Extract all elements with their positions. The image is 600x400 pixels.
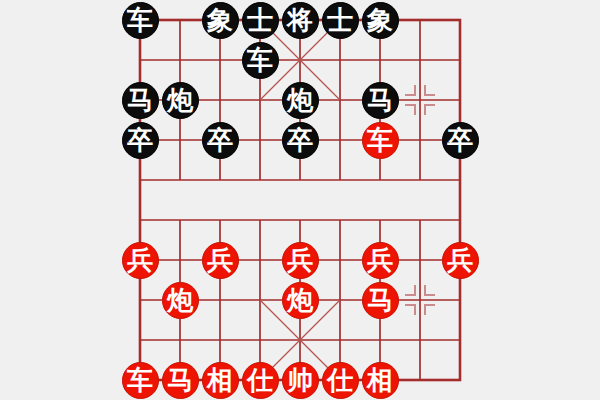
piece-black-advisor[interactable]: 士: [242, 2, 279, 39]
piece-black-pawn[interactable]: 卒: [122, 122, 159, 159]
piece-black-king[interactable]: 将: [282, 2, 319, 39]
piece-red-king[interactable]: 帅: [282, 362, 319, 399]
piece-red-elephant[interactable]: 相: [202, 362, 239, 399]
star-bracket-tl: [405, 285, 416, 296]
piece-black-rook[interactable]: 车: [242, 42, 279, 79]
piece-red-pawn[interactable]: 兵: [122, 242, 159, 279]
star-bracket-br: [424, 104, 435, 115]
piece-black-cannon[interactable]: 炮: [282, 82, 319, 119]
piece-red-cannon[interactable]: 炮: [162, 282, 199, 319]
xiangqi-diagram-canvas: 车象士将士象车马炮炮马卒卒卒车卒兵兵兵兵兵炮炮马车马相仕帅仕相: [0, 0, 600, 400]
piece-red-rook[interactable]: 车: [362, 122, 399, 159]
piece-red-rook[interactable]: 车: [122, 362, 159, 399]
piece-black-advisor[interactable]: 士: [322, 2, 359, 39]
star-point-marker-red-cannon-start-point: [405, 285, 435, 315]
piece-black-pawn[interactable]: 卒: [442, 122, 479, 159]
star-bracket-tr: [424, 85, 435, 96]
piece-black-cannon[interactable]: 炮: [162, 82, 199, 119]
piece-red-pawn[interactable]: 兵: [282, 242, 319, 279]
star-bracket-bl: [405, 304, 416, 315]
piece-red-horse[interactable]: 马: [162, 362, 199, 399]
piece-black-horse[interactable]: 马: [362, 82, 399, 119]
star-bracket-bl: [405, 104, 416, 115]
piece-red-cannon[interactable]: 炮: [282, 282, 319, 319]
piece-black-elephant[interactable]: 象: [202, 2, 239, 39]
piece-red-pawn[interactable]: 兵: [442, 242, 479, 279]
star-bracket-tl: [405, 85, 416, 96]
piece-red-pawn[interactable]: 兵: [362, 242, 399, 279]
star-bracket-tr: [424, 285, 435, 296]
piece-red-elephant[interactable]: 相: [362, 362, 399, 399]
xiangqi-board[interactable]: 车象士将士象车马炮炮马卒卒卒车卒兵兵兵兵兵炮炮马车马相仕帅仕相: [140, 20, 460, 380]
piece-black-pawn[interactable]: 卒: [202, 122, 239, 159]
piece-black-rook[interactable]: 车: [122, 2, 159, 39]
star-point-marker-black-cannon-start-point: [405, 85, 435, 115]
piece-black-horse[interactable]: 马: [122, 82, 159, 119]
star-bracket-br: [424, 304, 435, 315]
piece-red-advisor[interactable]: 仕: [242, 362, 279, 399]
piece-red-horse[interactable]: 马: [362, 282, 399, 319]
piece-black-elephant[interactable]: 象: [362, 2, 399, 39]
pieces-layer: 车象士将士象车马炮炮马卒卒卒车卒兵兵兵兵兵炮炮马车马相仕帅仕相: [140, 20, 460, 380]
piece-red-advisor[interactable]: 仕: [322, 362, 359, 399]
piece-red-pawn[interactable]: 兵: [202, 242, 239, 279]
piece-black-pawn[interactable]: 卒: [282, 122, 319, 159]
